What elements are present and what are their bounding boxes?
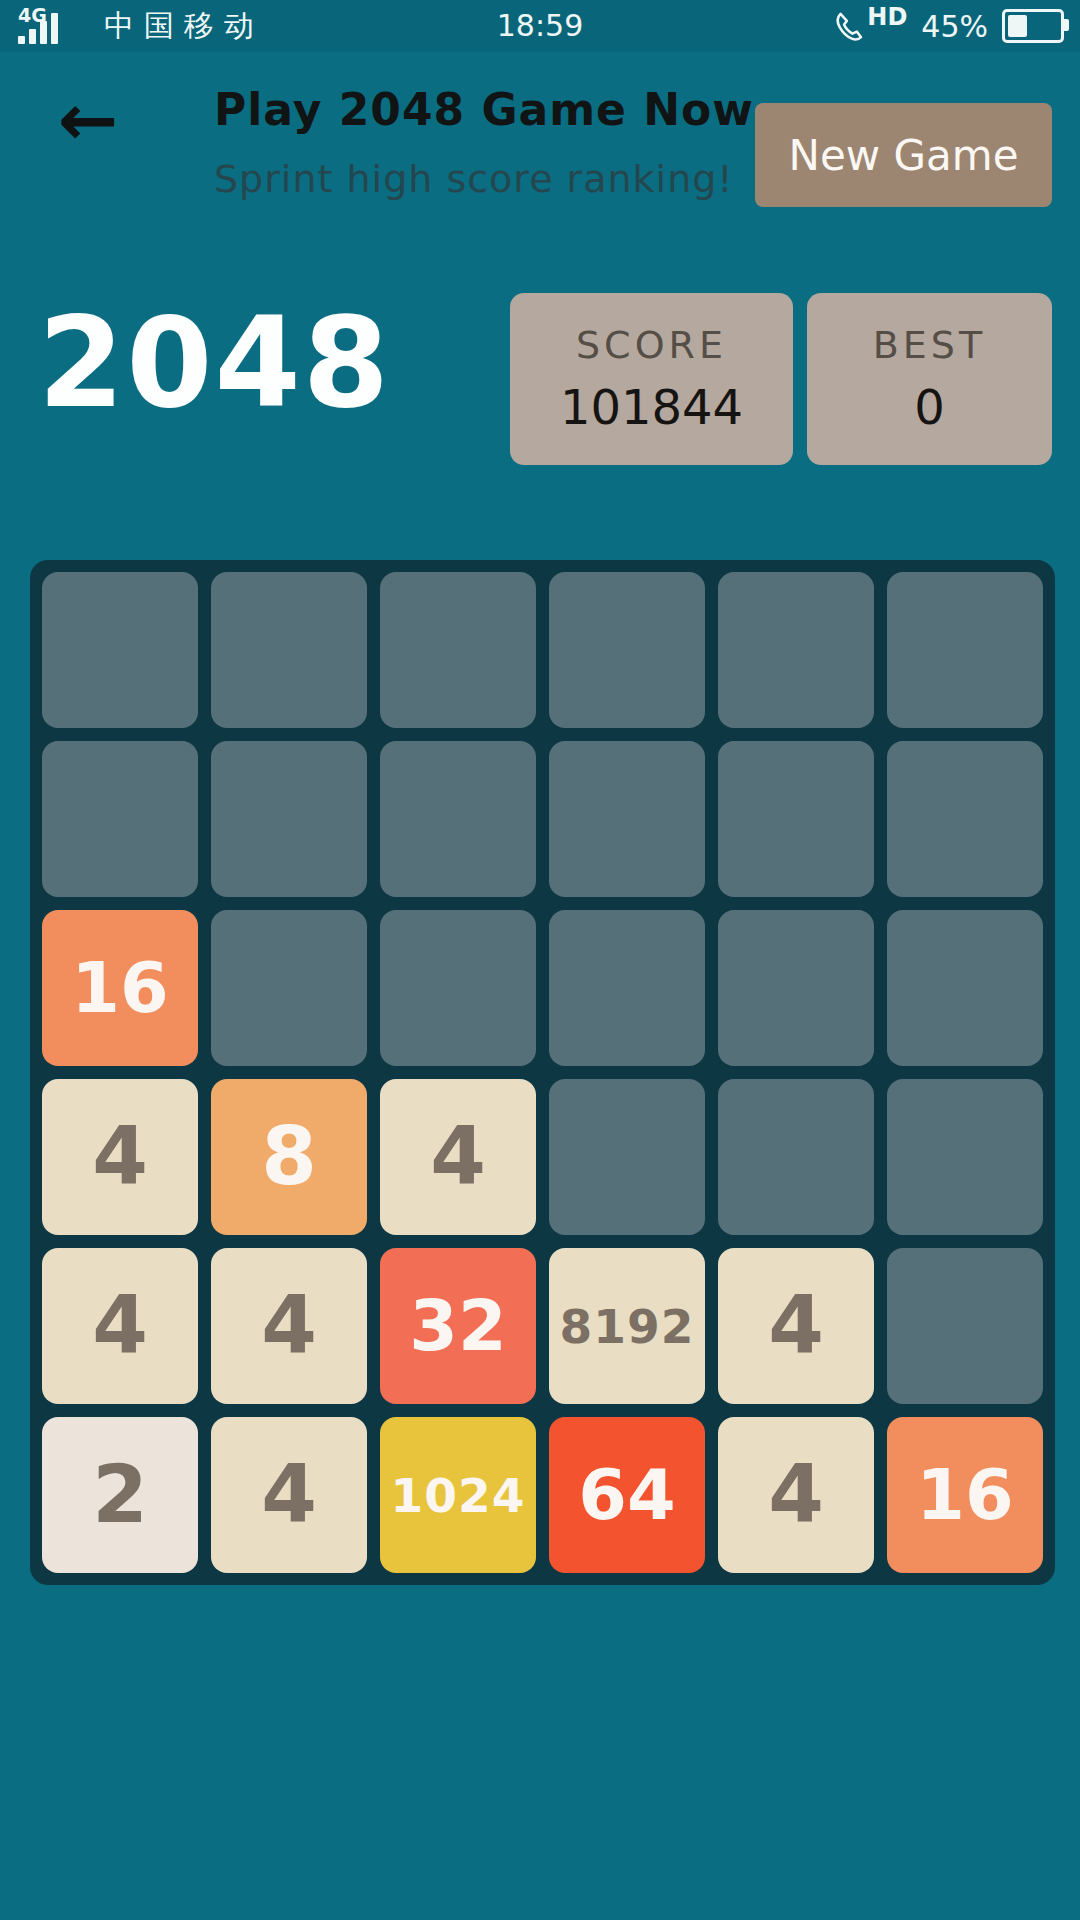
volte-hd-icon: HD [832, 6, 907, 46]
empty-cell-r1c2 [211, 572, 367, 728]
tile-4-r5c5: 4 [718, 1248, 874, 1404]
tile-16-r6c6: 16 [887, 1417, 1043, 1573]
empty-cell-r4c5 [718, 1079, 874, 1235]
empty-cell-r1c3 [380, 572, 536, 728]
empty-cell-r1c5 [718, 572, 874, 728]
empty-cell-r1c1 [42, 572, 198, 728]
empty-cell-r5c6 [887, 1248, 1043, 1404]
score-value: 101844 [560, 379, 743, 435]
tile-1024-r6c3: 1024 [380, 1417, 536, 1573]
empty-cell-r3c6 [887, 910, 1043, 1066]
empty-cell-r2c3 [380, 741, 536, 897]
tile-2-r6c1: 2 [42, 1417, 198, 1573]
empty-cell-r1c4 [549, 572, 705, 728]
empty-cell-r2c6 [887, 741, 1043, 897]
game-logo: 2048 [38, 288, 391, 438]
page-title: Play 2048 Game Now [214, 84, 754, 135]
game-board[interactable]: 1648444328192424102464416 [30, 560, 1055, 1585]
back-arrow-icon: ← [58, 78, 118, 162]
empty-cell-r4c6 [887, 1079, 1043, 1235]
page-subtitle: Sprint high score ranking! [214, 157, 754, 201]
tile-32-r5c3: 32 [380, 1248, 536, 1404]
tile-64-r6c4: 64 [549, 1417, 705, 1573]
back-button[interactable]: ← [58, 84, 118, 156]
best-label: BEST [873, 323, 986, 367]
tile-4-r4c1: 4 [42, 1079, 198, 1235]
empty-cell-r2c5 [718, 741, 874, 897]
best-box: BEST 0 [807, 293, 1052, 465]
tile-4-r4c3: 4 [380, 1079, 536, 1235]
battery-percent-label: 45% [921, 9, 988, 44]
app-screen: 4G 中国移动 18:59 HD 45% ← Pla [0, 0, 1080, 1920]
tile-4-r5c2: 4 [211, 1248, 367, 1404]
battery-fill [1008, 15, 1027, 37]
tile-8192-r5c4: 8192 [549, 1248, 705, 1404]
score-box: SCORE 101844 [510, 293, 793, 465]
tile-4-r6c2: 4 [211, 1417, 367, 1573]
tile-16-r3c1: 16 [42, 910, 198, 1066]
battery-nub [1064, 19, 1069, 31]
hd-label: HD [867, 6, 907, 28]
empty-cell-r3c2 [211, 910, 367, 1066]
tile-4-r5c1: 4 [42, 1248, 198, 1404]
empty-cell-r2c4 [549, 741, 705, 897]
empty-cell-r4c4 [549, 1079, 705, 1235]
empty-cell-r3c3 [380, 910, 536, 1066]
empty-cell-r3c5 [718, 910, 874, 1066]
empty-cell-r1c6 [887, 572, 1043, 728]
tile-4-r6c5: 4 [718, 1417, 874, 1573]
header-title-block: Play 2048 Game Now Sprint high score ran… [214, 84, 754, 201]
battery-icon [1002, 9, 1064, 43]
empty-cell-r2c2 [211, 741, 367, 897]
empty-cell-r3c4 [549, 910, 705, 1066]
tile-8-r4c2: 8 [211, 1079, 367, 1235]
score-label: SCORE [576, 323, 727, 367]
status-bar: 4G 中国移动 18:59 HD 45% [0, 0, 1080, 52]
new-game-button[interactable]: New Game [755, 103, 1052, 207]
best-value: 0 [914, 379, 945, 435]
empty-cell-r2c1 [42, 741, 198, 897]
